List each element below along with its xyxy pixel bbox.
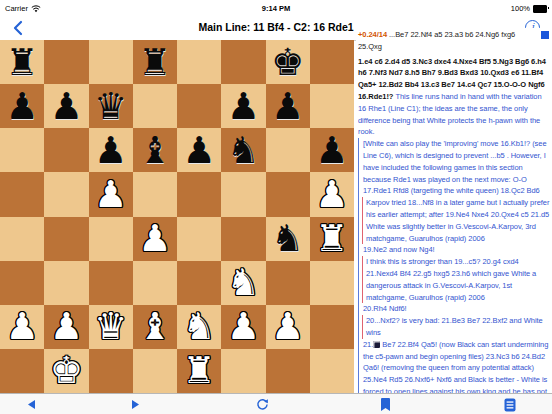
app-window: Carrier 9:14 PM 100% Main Line: 11 Bf4 -… [0,0,552,414]
forward-triangle-icon [130,399,141,410]
engine-stop-button[interactable] [541,31,549,39]
square-a2[interactable]: ♟ [0,305,44,349]
engine-analysis-row[interactable]: +0.24/14 ...Be7 22.Nf4 a5 23.a3 b6 24.Ng… [356,28,552,55]
square-a3[interactable] [0,261,44,305]
square-b6[interactable] [44,128,88,172]
square-e2[interactable]: ♞ [177,305,221,349]
square-d6[interactable]: ♝ [133,128,177,172]
square-a8[interactable]: ♜ [0,40,44,84]
piece-wP-a2: ♟ [0,305,44,349]
piece-bR-a8: ♜ [0,40,44,84]
square-a4[interactable] [0,217,44,261]
square-b1[interactable]: ♚ [44,349,88,393]
piece-bR-d8: ♜ [133,40,177,84]
piece-bP-f7: ♟ [221,84,265,128]
square-f7[interactable]: ♟ [221,84,265,128]
square-d5[interactable] [133,172,177,216]
square-h4[interactable]: ♜ [310,217,354,261]
square-a7[interactable]: ♟ [0,84,44,128]
square-e8[interactable] [177,40,221,84]
bottom-toolbar [0,393,552,414]
piece-wN-f3: ♞ [221,261,265,305]
annotation-text: 20.Rh4 Ndf6! [363,304,407,313]
analysis-paragraph[interactable]: I think this is stronger than 19...c5? 2… [358,256,550,303]
square-b5[interactable] [44,172,88,216]
square-h6[interactable]: ♟ [310,128,354,172]
piece-wP-h5: ♟ [310,172,354,216]
next-move-button[interactable] [120,394,150,414]
annotation-text: 19.Ne2 and now Ng4! [363,245,435,254]
piece-bP-g7: ♟ [266,84,310,128]
square-e4[interactable] [177,217,221,261]
square-c8[interactable] [89,40,133,84]
square-h7[interactable] [310,84,354,128]
square-c3[interactable] [89,261,133,305]
square-h2[interactable] [310,305,354,349]
piece-wP-f2: ♟ [221,305,265,349]
square-c6[interactable]: ♟ [89,128,133,172]
square-g1[interactable] [266,349,310,393]
square-e3[interactable] [177,261,221,305]
square-h3[interactable] [310,261,354,305]
square-f3[interactable]: ♞ [221,261,265,305]
piece-bB-d6: ♝ [133,128,177,172]
square-b7[interactable]: ♟ [44,84,88,128]
square-d3[interactable] [133,261,177,305]
piece-wP-g2: ♟ [266,305,310,349]
square-b8[interactable] [44,40,88,84]
annotation-text: 21. [363,340,373,349]
square-h5[interactable]: ♟ [310,172,354,216]
square-g5[interactable] [266,172,310,216]
annotation-text: I think this is stronger than 19...c5? 2… [366,257,536,301]
square-f1[interactable] [221,349,265,393]
piece-wQ-c2: ♛ [89,305,133,349]
piece-wP-c5: ♟ [89,172,133,216]
square-a1[interactable] [0,349,44,393]
move-text: 16.Rde1!? [358,92,395,101]
annotation-text: 20...Nxf2? is very bad: 21.Be3 Be7 22.Bx… [366,316,543,337]
analysis-paragraph[interactable]: 19.Ne2 and now Ng4! [358,244,550,256]
piece-wB-d2: ♝ [133,305,177,349]
square-b2[interactable]: ♟ [44,305,88,349]
square-c1[interactable] [89,349,133,393]
piece-bN-f6: ♞ [221,128,265,172]
piece-bN-g4: ♞ [266,217,310,261]
analysis-paragraph[interactable]: 20...Nxf2? is very bad: 21.Be3 Be7 22.Bx… [358,315,550,339]
status-bar: Carrier 9:14 PM 100% [0,0,552,16]
square-f5[interactable] [221,172,265,216]
annotation-text: Karpov tried 18...Nf8 in a later game bu… [366,198,549,242]
square-b4[interactable] [44,217,88,261]
piece-bP-e6: ♟ [177,128,221,172]
piece-bQ-c7: ♛ [89,84,133,128]
piece-wN-e2: ♞ [177,305,221,349]
rotate-icon [256,398,269,411]
battery-icon [533,5,547,13]
piece-bK-g8: ♚ [266,40,310,84]
square-g7[interactable]: ♟ [266,84,310,128]
square-c2[interactable]: ♛ [89,305,133,349]
square-g8[interactable]: ♚ [266,40,310,84]
square-b3[interactable] [44,261,88,305]
square-h8[interactable] [310,40,354,84]
flip-board-button[interactable] [247,394,277,414]
analysis-paragraph[interactable]: 20.Rh4 Ndf6! [358,303,550,315]
piece-wR-e1: ♜ [177,349,221,393]
square-e7[interactable] [177,84,221,128]
square-g2[interactable]: ♟ [266,305,310,349]
bookmark-button[interactable] [370,394,400,414]
square-f6[interactable]: ♞ [221,128,265,172]
square-d2[interactable]: ♝ [133,305,177,349]
square-d8[interactable]: ♜ [133,40,177,84]
game-list-button[interactable] [495,394,525,414]
square-c5[interactable]: ♟ [89,172,133,216]
piece-wP-b2: ♟ [44,305,88,349]
square-c4[interactable] [89,217,133,261]
clock: 9:14 PM [0,4,552,13]
engine-eval: +0.24/14 [358,30,387,39]
previous-move-button[interactable] [16,394,46,414]
analysis-panel[interactable]: +0.24/14 ...Be7 22.Nf4 a5 23.a3 b6 24.Ng… [356,28,552,414]
piece-wK-b1: ♚ [44,349,88,393]
square-f8[interactable] [221,40,265,84]
piece-bP-b7: ♟ [44,84,88,128]
square-a6[interactable] [0,128,44,172]
analysis-paragraph[interactable]: 16.Rde1!? This line runs hand in hand wi… [358,91,550,138]
piece-bP-a7: ♟ [0,84,44,128]
square-d1[interactable] [133,349,177,393]
back-triangle-icon [26,399,37,410]
list-icon [504,398,516,412]
chessboard: ♜♜♚♟♟♛♟♟♟♝♟♞♟♟♟♟♞♜♞♟♟♛♝♞♟♟♚♜ [0,40,354,393]
square-a5[interactable] [0,172,44,216]
battery-percent: 100% [511,4,530,13]
annotation-text: [White can also play the 'improving' mov… [363,139,547,195]
piece-wR-h4: ♜ [310,217,354,261]
square-g6[interactable] [266,128,310,172]
analysis-paragraph[interactable]: 1.e4 c6 2.d4 d5 3.Nc3 dxe4 4.Nxe4 Bf5 5.… [358,56,550,91]
square-e6[interactable]: ♟ [177,128,221,172]
square-e1[interactable]: ♜ [177,349,221,393]
square-f2[interactable]: ♟ [221,305,265,349]
square-g3[interactable] [266,261,310,305]
square-e5[interactable] [177,172,221,216]
square-g4[interactable]: ♞ [266,217,310,261]
square-d7[interactable] [133,84,177,128]
bookmark-icon [381,398,390,412]
square-c7[interactable]: ♛ [89,84,133,128]
move-text: 1.e4 c6 2.d4 d5 3.Nc3 dxe4 4.Nxe4 Bf5 5.… [358,57,546,90]
piece-bP-c6: ♟ [89,128,133,172]
piece-bP-h6: ♟ [310,128,354,172]
square-f4[interactable] [221,217,265,261]
analysis-content: 1.e4 c6 2.d4 d5 3.Nc3 dxe4 4.Nxe4 Bf5 5.… [356,55,552,414]
square-h1[interactable] [310,349,354,393]
analysis-paragraph[interactable]: [White can also play the 'improving' mov… [358,138,550,197]
square-d4[interactable]: ♟ [133,217,177,261]
analysis-paragraph[interactable]: Karpov tried 18...Nf8 in a later game bu… [358,197,550,244]
piece-wP-d4: ♟ [133,217,177,261]
